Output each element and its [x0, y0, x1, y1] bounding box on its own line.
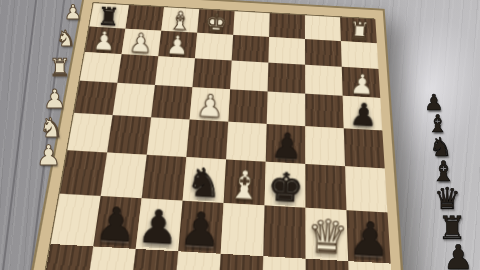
square-c7[interactable]	[263, 205, 305, 258]
square-e6[interactable]: ♞	[183, 157, 226, 203]
square-g5[interactable]	[107, 115, 151, 155]
square-f6[interactable]	[142, 155, 187, 201]
captured-white-pawn: ♟	[64, 2, 82, 22]
square-e5[interactable]	[186, 120, 228, 160]
square-b3[interactable]	[305, 65, 343, 96]
square-g3[interactable]	[117, 54, 158, 85]
square-g2[interactable]: ♟	[122, 29, 162, 57]
square-h8[interactable]	[40, 244, 93, 270]
piece-white-pawn[interactable]: ♟	[92, 27, 117, 54]
square-c2[interactable]	[268, 37, 305, 65]
square-f2[interactable]: ♟	[158, 31, 197, 59]
piece-white-queen[interactable]: ♛	[306, 213, 350, 261]
square-f4[interactable]	[151, 85, 192, 120]
piece-black-king[interactable]: ♚	[267, 167, 305, 209]
piece-white-pawn[interactable]: ♟	[195, 90, 224, 122]
square-c1[interactable]	[269, 13, 305, 39]
square-c5[interactable]: ♟	[266, 124, 306, 164]
square-c8[interactable]	[262, 256, 306, 270]
captured-black-pawn: ♟	[443, 240, 473, 270]
square-b7[interactable]: ♛	[306, 208, 349, 261]
square-d4[interactable]	[228, 89, 267, 124]
piece-white-pawn[interactable]: ♟	[128, 30, 153, 57]
square-b6[interactable]	[305, 164, 346, 210]
square-f7[interactable]: ♟	[136, 198, 183, 251]
square-e8[interactable]	[173, 251, 221, 270]
piece-black-pawn[interactable]: ♟	[179, 206, 223, 254]
captured-white-knight: ♞	[56, 28, 76, 50]
square-d7[interactable]	[221, 203, 265, 256]
square-b4[interactable]	[305, 94, 344, 129]
square-d5[interactable]	[226, 122, 267, 162]
piece-black-knight[interactable]: ♞	[185, 162, 223, 204]
square-g8[interactable]	[85, 246, 136, 270]
square-f5[interactable]	[147, 117, 190, 157]
square-g7[interactable]: ♟	[93, 196, 141, 249]
captured-white-pawn: ♟	[43, 86, 66, 112]
piece-black-pawn[interactable]: ♟	[348, 216, 392, 264]
captured-white-knight: ♞	[39, 114, 63, 141]
square-h2[interactable]: ♟	[85, 27, 125, 55]
piece-white-rook[interactable]: ♜	[347, 18, 370, 44]
board-frame: ♜♝♚♜♟♟♟♟♟♟♟♞♝♚♟♟♟♛♟	[25, 0, 406, 270]
square-a5[interactable]	[344, 128, 385, 168]
square-f8[interactable]	[129, 249, 178, 270]
square-b8[interactable]	[306, 259, 350, 270]
square-a4[interactable]: ♟	[343, 96, 383, 131]
square-b2[interactable]	[305, 39, 342, 67]
board: ♜♝♚♜♟♟♟♟♟♟♟♞♝♚♟♟♟♛♟	[39, 2, 393, 270]
piece-black-pawn[interactable]: ♟	[137, 204, 181, 252]
square-h6[interactable]	[60, 150, 107, 196]
square-h4[interactable]	[74, 81, 117, 115]
piece-black-pawn[interactable]: ♟	[94, 201, 138, 249]
square-c4[interactable]	[267, 91, 306, 126]
captured-white-pawn: ♟	[36, 142, 61, 170]
square-c6[interactable]: ♚	[265, 162, 306, 208]
square-d3[interactable]	[230, 60, 268, 91]
square-h3[interactable]	[80, 52, 122, 83]
square-d8[interactable]	[217, 254, 263, 270]
chess-app-screen: ♜♝♚♜♟♟♟♟♟♟♟♞♝♚♟♟♟♛♟ ♟♞♜♟♞♟♟♝♞♝♛♜♟	[0, 0, 480, 270]
square-g4[interactable]	[113, 83, 155, 117]
square-b5[interactable]	[305, 126, 345, 166]
square-e4[interactable]: ♟	[190, 87, 230, 122]
piece-black-pawn[interactable]: ♟	[349, 99, 378, 131]
square-a8[interactable]	[348, 261, 394, 270]
square-d6[interactable]: ♝	[224, 159, 266, 205]
square-a3[interactable]: ♟	[342, 67, 381, 98]
board-3d: ♜♝♚♜♟♟♟♟♟♟♟♞♝♚♟♟♟♛♟	[25, 0, 406, 270]
piece-white-bishop[interactable]: ♝	[226, 164, 264, 206]
piece-white-pawn[interactable]: ♟	[349, 69, 376, 98]
square-d1[interactable]	[233, 11, 270, 37]
square-e3[interactable]	[192, 58, 231, 89]
square-e7[interactable]: ♟	[178, 201, 223, 254]
piece-black-pawn[interactable]: ♟	[270, 128, 303, 165]
square-h7[interactable]	[51, 194, 101, 247]
square-a7[interactable]: ♟	[346, 210, 390, 263]
square-c3[interactable]	[268, 63, 306, 94]
square-e2[interactable]	[195, 33, 233, 61]
piece-white-pawn[interactable]: ♟	[165, 32, 190, 59]
square-g6[interactable]	[101, 153, 147, 199]
square-h5[interactable]	[67, 113, 112, 153]
square-a1[interactable]: ♜	[340, 17, 377, 43]
square-a6[interactable]	[345, 166, 387, 212]
square-e1[interactable]: ♚	[197, 9, 234, 35]
square-b1[interactable]	[305, 15, 341, 41]
square-f3[interactable]	[155, 56, 195, 87]
square-a2[interactable]	[341, 41, 379, 69]
captured-white-rook: ♜	[49, 56, 71, 80]
piece-white-king[interactable]: ♚	[204, 10, 227, 36]
square-d2[interactable]	[232, 35, 269, 63]
